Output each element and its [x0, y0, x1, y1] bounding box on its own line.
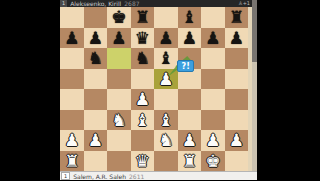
piece-white-bishop-d3[interactable]: ♝ [131, 110, 155, 131]
square-a4[interactable] [60, 89, 84, 110]
square-a5[interactable] [60, 69, 84, 90]
square-b7[interactable]: ♟ [84, 28, 108, 49]
square-h8[interactable]: ♜ [225, 7, 249, 28]
black-player-rating: 2687 [124, 0, 139, 7]
square-e6[interactable]: ♝ [154, 48, 178, 69]
bottom-player-bar: 1 Salem, A.R. Saleh 2611 [60, 171, 257, 180]
square-b1[interactable] [84, 151, 108, 172]
square-d2[interactable] [131, 130, 155, 151]
square-g2[interactable]: ♟ [201, 130, 225, 151]
square-c8[interactable]: ♚ [107, 7, 131, 28]
square-a7[interactable]: ♟ [60, 28, 84, 49]
square-c7[interactable]: ♟ [107, 28, 131, 49]
square-a2[interactable]: ♟ [60, 130, 84, 151]
square-e7[interactable]: ♟ [154, 28, 178, 49]
piece-white-bishop-e3[interactable]: ♝ [154, 110, 178, 131]
video-frame: 1 Alekseenko, Kirill 2687 ♙+1 ♚♜♝♜♟♟♟♛♟♟… [0, 0, 320, 180]
square-h1[interactable] [225, 151, 249, 172]
square-h5[interactable] [225, 69, 249, 90]
square-b4[interactable] [84, 89, 108, 110]
piece-black-bishop-e6[interactable]: ♝ [154, 48, 178, 69]
square-d8[interactable]: ♜ [131, 7, 155, 28]
square-e4[interactable] [154, 89, 178, 110]
square-e2[interactable]: ♞ [154, 130, 178, 151]
notation-scrollbar[interactable] [252, 0, 257, 171]
piece-black-knight-b6[interactable]: ♞ [84, 48, 108, 69]
square-h6[interactable] [225, 48, 249, 69]
board-number-badge: 1 [61, 172, 70, 180]
square-f2[interactable]: ♟ [178, 130, 202, 151]
square-d3[interactable]: ♝ [131, 110, 155, 131]
square-d4[interactable]: ♟ [131, 89, 155, 110]
square-f8[interactable]: ♝ [178, 7, 202, 28]
square-e3[interactable]: ♝ [154, 110, 178, 131]
chess-board[interactable]: ♚♜♝♜♟♟♟♛♟♟♟♟♞♞♝♟♟♞♝♝♟♟♞♟♟♟♜♛♜♚ [60, 7, 248, 171]
piece-black-knight-d6[interactable]: ♞ [131, 48, 155, 69]
square-b8[interactable] [84, 7, 108, 28]
square-c1[interactable] [107, 151, 131, 172]
square-c4[interactable] [107, 89, 131, 110]
white-player-name: Salem, A.R. Saleh [73, 172, 126, 181]
square-h2[interactable]: ♟ [225, 130, 249, 151]
square-g5[interactable] [201, 69, 225, 90]
piece-white-queen-d1[interactable]: ♛ [131, 151, 155, 172]
square-h7[interactable]: ♟ [225, 28, 249, 49]
scrollbar-thumb[interactable] [252, 0, 257, 62]
piece-white-pawn-h2[interactable]: ♟ [225, 130, 249, 151]
square-g7[interactable]: ♟ [201, 28, 225, 49]
move-evaluation-badge: ?! [177, 60, 194, 72]
piece-black-rook-h8[interactable]: ♜ [225, 7, 249, 28]
piece-white-pawn-g2[interactable]: ♟ [201, 130, 225, 151]
piece-black-pawn-c7[interactable]: ♟ [107, 28, 131, 49]
piece-black-bishop-f8[interactable]: ♝ [178, 7, 202, 28]
square-c2[interactable] [107, 130, 131, 151]
piece-black-pawn-b7[interactable]: ♟ [84, 28, 108, 49]
piece-white-pawn-a2[interactable]: ♟ [60, 130, 84, 151]
broadcast-panel: 1 Alekseenko, Kirill 2687 ♙+1 ♚♜♝♜♟♟♟♛♟♟… [60, 0, 257, 180]
square-b3[interactable] [84, 110, 108, 131]
piece-white-pawn-e5[interactable]: ♟ [154, 69, 178, 90]
square-f7[interactable]: ♟ [178, 28, 202, 49]
piece-black-pawn-e7[interactable]: ♟ [154, 28, 178, 49]
piece-black-queen-d7[interactable]: ♛ [131, 28, 155, 49]
square-g1[interactable]: ♚ [201, 151, 225, 172]
piece-white-pawn-f2[interactable]: ♟ [178, 130, 202, 151]
square-c5[interactable] [107, 69, 131, 90]
square-e8[interactable] [154, 7, 178, 28]
top-player-bar: 1 Alekseenko, Kirill 2687 ♙+1 [60, 0, 252, 7]
square-c3[interactable]: ♞ [107, 110, 131, 131]
piece-white-knight-c3[interactable]: ♞ [107, 110, 131, 131]
square-d7[interactable]: ♛ [131, 28, 155, 49]
square-c6[interactable] [107, 48, 131, 69]
white-player-rating: 2611 [129, 172, 144, 181]
square-a1[interactable]: ♜ [60, 151, 84, 172]
square-a8[interactable] [60, 7, 84, 28]
square-h4[interactable] [225, 89, 249, 110]
piece-white-rook-f1[interactable]: ♜ [178, 151, 202, 172]
square-d6[interactable]: ♞ [131, 48, 155, 69]
piece-white-pawn-d4[interactable]: ♟ [131, 89, 155, 110]
square-h3[interactable] [225, 110, 249, 131]
square-b5[interactable] [84, 69, 108, 90]
square-a6[interactable] [60, 48, 84, 69]
piece-black-pawn-h7[interactable]: ♟ [225, 28, 249, 49]
square-d5[interactable] [131, 69, 155, 90]
piece-white-knight-e2[interactable]: ♞ [154, 130, 178, 151]
piece-black-pawn-g7[interactable]: ♟ [201, 28, 225, 49]
square-e1[interactable] [154, 151, 178, 172]
piece-white-king-g1[interactable]: ♚ [201, 151, 225, 172]
square-f3[interactable] [178, 110, 202, 131]
square-g6[interactable] [201, 48, 225, 69]
square-g4[interactable] [201, 89, 225, 110]
square-a3[interactable] [60, 110, 84, 131]
square-f4[interactable] [178, 89, 202, 110]
square-f1[interactable]: ♜ [178, 151, 202, 172]
square-g3[interactable] [201, 110, 225, 131]
square-b6[interactable]: ♞ [84, 48, 108, 69]
piece-black-pawn-a7[interactable]: ♟ [60, 28, 84, 49]
board-number-badge: 1 [60, 0, 67, 7]
black-player-name: Alekseenko, Kirill [70, 0, 121, 7]
square-b2[interactable]: ♟ [84, 130, 108, 151]
material-value: +1 [243, 0, 250, 6]
square-g8[interactable] [201, 7, 225, 28]
piece-black-king-c8[interactable]: ♚ [107, 7, 131, 28]
piece-black-pawn-f7[interactable]: ♟ [178, 28, 202, 49]
square-d1[interactable]: ♛ [131, 151, 155, 172]
piece-black-rook-d8[interactable]: ♜ [131, 7, 155, 28]
square-e5[interactable]: ♟ [154, 69, 178, 90]
piece-white-pawn-b2[interactable]: ♟ [84, 130, 108, 151]
material-balance: ♙+1 [238, 0, 250, 7]
piece-white-rook-a1[interactable]: ♜ [60, 151, 84, 172]
